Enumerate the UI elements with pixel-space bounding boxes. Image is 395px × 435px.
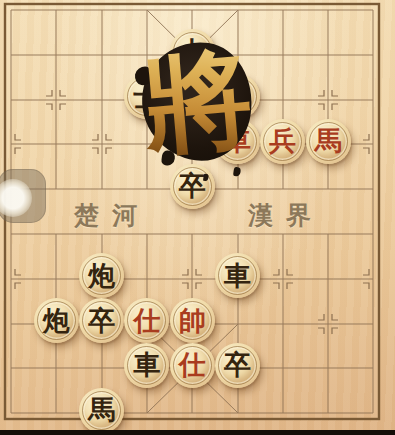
piece-red-帥[interactable]: 帥 bbox=[170, 298, 215, 343]
piece-label: 卒 bbox=[79, 298, 124, 343]
piece-black-車[interactable]: 車 bbox=[124, 343, 169, 388]
piece-black-炮[interactable]: 炮 bbox=[79, 253, 124, 298]
piece-label: 仕 bbox=[124, 298, 169, 343]
piece-label: 炮 bbox=[79, 253, 124, 298]
assistive-touch-dot-icon bbox=[0, 179, 32, 217]
xiangqi-app-screen: 楚河 漢界 士士將車兵馬卒炮車炮卒仕帥車仕卒馬 將 bbox=[0, 0, 395, 435]
piece-black-車[interactable]: 車 bbox=[215, 253, 260, 298]
check-stamp-character: 將 bbox=[122, 22, 275, 184]
piece-red-馬[interactable]: 馬 bbox=[306, 119, 351, 164]
piece-black-卒[interactable]: 卒 bbox=[215, 343, 260, 388]
check-stamp: 將 bbox=[128, 28, 268, 178]
bottom-screen-bar bbox=[0, 430, 395, 435]
piece-label: 馬 bbox=[79, 388, 124, 433]
piece-label: 馬 bbox=[306, 119, 351, 164]
piece-black-馬[interactable]: 馬 bbox=[79, 388, 124, 433]
piece-label: 帥 bbox=[170, 298, 215, 343]
piece-label: 卒 bbox=[215, 343, 260, 388]
piece-label: 仕 bbox=[170, 343, 215, 388]
piece-red-仕[interactable]: 仕 bbox=[124, 298, 169, 343]
assistive-touch-button[interactable] bbox=[0, 169, 46, 223]
piece-red-仕[interactable]: 仕 bbox=[170, 343, 215, 388]
piece-black-卒[interactable]: 卒 bbox=[79, 298, 124, 343]
piece-label: 車 bbox=[124, 343, 169, 388]
piece-label: 炮 bbox=[34, 298, 79, 343]
piece-black-炮[interactable]: 炮 bbox=[34, 298, 79, 343]
piece-label: 車 bbox=[215, 253, 260, 298]
